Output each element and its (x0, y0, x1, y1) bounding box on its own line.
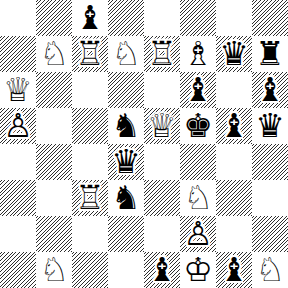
square-a8[interactable] (0, 0, 36, 36)
square-f7[interactable]: ♗ (180, 36, 216, 72)
piece-white-queen[interactable]: ♕ (3, 72, 33, 108)
piece-white-queen[interactable]: ♕ (147, 108, 177, 144)
piece-white-knight[interactable]: ♘ (39, 36, 69, 72)
square-a6[interactable]: ♕ (0, 72, 36, 108)
square-d7[interactable]: ♘ (108, 36, 144, 72)
piece-white-rook[interactable]: ♖ (75, 36, 105, 72)
square-c7[interactable]: ♖ (72, 36, 108, 72)
square-g6[interactable] (216, 72, 252, 108)
square-e8[interactable] (144, 0, 180, 36)
square-a2[interactable] (0, 216, 36, 252)
piece-white-rook[interactable]: ♖ (147, 36, 177, 72)
piece-black-bishop[interactable]: ♝ (219, 108, 249, 144)
square-d6[interactable] (108, 72, 144, 108)
square-a7[interactable] (0, 36, 36, 72)
piece-black-bishop[interactable]: ♝ (147, 252, 177, 288)
piece-black-queen[interactable]: ♛ (111, 144, 141, 180)
square-d2[interactable] (108, 216, 144, 252)
square-e1[interactable]: ♝ (144, 252, 180, 288)
piece-black-knight[interactable]: ♞ (111, 108, 141, 144)
square-d8[interactable] (108, 0, 144, 36)
square-g7[interactable]: ♛ (216, 36, 252, 72)
square-g2[interactable] (216, 216, 252, 252)
piece-white-rook[interactable]: ♖ (75, 180, 105, 216)
square-c4[interactable] (72, 144, 108, 180)
square-h6[interactable]: ♝ (252, 72, 288, 108)
square-h3[interactable] (252, 180, 288, 216)
square-g4[interactable] (216, 144, 252, 180)
piece-white-knight[interactable]: ♘ (255, 252, 285, 288)
square-e5[interactable]: ♕ (144, 108, 180, 144)
square-a1[interactable] (0, 252, 36, 288)
square-b6[interactable] (36, 72, 72, 108)
piece-black-bishop[interactable]: ♝ (219, 252, 249, 288)
piece-white-pawn[interactable]: ♙ (3, 108, 33, 144)
square-f2[interactable]: ♙ (180, 216, 216, 252)
square-f6[interactable]: ♝ (180, 72, 216, 108)
square-c1[interactable] (72, 252, 108, 288)
piece-black-queen[interactable]: ♛ (219, 36, 249, 72)
piece-black-bishop[interactable]: ♝ (75, 0, 105, 36)
square-d1[interactable] (108, 252, 144, 288)
square-h8[interactable] (252, 0, 288, 36)
square-f5[interactable]: ♚ (180, 108, 216, 144)
piece-black-bishop[interactable]: ♝ (183, 72, 213, 108)
square-g3[interactable] (216, 180, 252, 216)
piece-white-bishop[interactable]: ♗ (183, 36, 213, 72)
piece-white-pawn[interactable]: ♙ (183, 216, 213, 252)
square-c2[interactable] (72, 216, 108, 252)
square-d4[interactable]: ♛ (108, 144, 144, 180)
square-b8[interactable] (36, 0, 72, 36)
square-e2[interactable] (144, 216, 180, 252)
square-f8[interactable] (180, 0, 216, 36)
square-e7[interactable]: ♖ (144, 36, 180, 72)
square-g5[interactable]: ♝ (216, 108, 252, 144)
square-e3[interactable] (144, 180, 180, 216)
square-b1[interactable]: ♘ (36, 252, 72, 288)
square-b3[interactable] (36, 180, 72, 216)
square-h1[interactable]: ♘ (252, 252, 288, 288)
square-h5[interactable]: ♛ (252, 108, 288, 144)
piece-black-king[interactable]: ♚ (183, 108, 213, 144)
square-h2[interactable] (252, 216, 288, 252)
square-h4[interactable] (252, 144, 288, 180)
square-c8[interactable]: ♝ (72, 0, 108, 36)
square-b2[interactable] (36, 216, 72, 252)
square-g1[interactable]: ♝ (216, 252, 252, 288)
piece-black-bishop[interactable]: ♝ (255, 72, 285, 108)
square-c6[interactable] (72, 72, 108, 108)
square-d5[interactable]: ♞ (108, 108, 144, 144)
piece-white-king[interactable]: ♔ (183, 252, 213, 288)
square-f4[interactable] (180, 144, 216, 180)
piece-black-queen[interactable]: ♛ (255, 108, 285, 144)
square-b7[interactable]: ♘ (36, 36, 72, 72)
square-c5[interactable] (72, 108, 108, 144)
square-g8[interactable] (216, 0, 252, 36)
square-a3[interactable] (0, 180, 36, 216)
square-e4[interactable] (144, 144, 180, 180)
piece-white-knight[interactable]: ♘ (111, 36, 141, 72)
square-f1[interactable]: ♔ (180, 252, 216, 288)
piece-black-rook[interactable]: ♜ (255, 36, 285, 72)
piece-white-knight[interactable]: ♘ (183, 180, 213, 216)
square-b4[interactable] (36, 144, 72, 180)
chess-board: ♝♘♖♘♖♗♛♜♕♝♝♙♞♕♚♝♛♛♖♞♘♙♘♝♔♝♘ (0, 0, 288, 288)
square-d3[interactable]: ♞ (108, 180, 144, 216)
square-f3[interactable]: ♘ (180, 180, 216, 216)
piece-black-knight[interactable]: ♞ (111, 180, 141, 216)
square-a4[interactable] (0, 144, 36, 180)
square-e6[interactable] (144, 72, 180, 108)
piece-white-knight[interactable]: ♘ (39, 252, 69, 288)
square-c3[interactable]: ♖ (72, 180, 108, 216)
square-h7[interactable]: ♜ (252, 36, 288, 72)
square-a5[interactable]: ♙ (0, 108, 36, 144)
square-b5[interactable] (36, 108, 72, 144)
